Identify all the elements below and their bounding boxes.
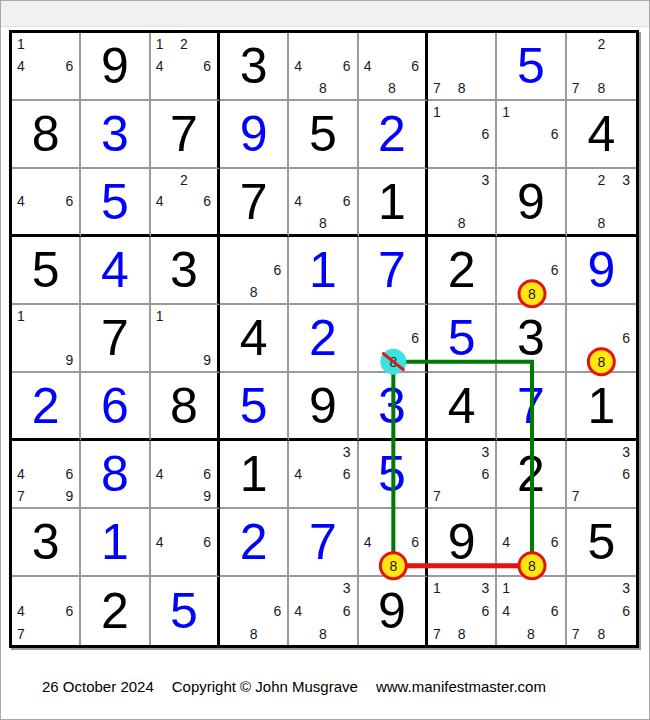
candidate-slot: [428, 169, 450, 191]
candidate-slot: [173, 212, 195, 234]
cell-value: 2: [359, 101, 425, 167]
pencil-marks: 468: [359, 509, 425, 575]
candidate-2: 2: [590, 169, 613, 191]
candidate-slot: [520, 101, 542, 123]
candidate-slot: [450, 169, 472, 191]
candidate-slot: [359, 553, 381, 575]
cell-r9c8[interactable]: 1468: [497, 577, 566, 645]
cell-r9c9[interactable]: 3678: [567, 577, 636, 645]
candidate-9: 9: [195, 485, 217, 507]
candidate-slot: [12, 327, 34, 349]
cell-value: 9: [567, 237, 636, 303]
cell-r3c3[interactable]: 246: [151, 169, 220, 237]
cell-r5c6[interactable]: 68: [359, 305, 428, 373]
cell-value: 3: [359, 373, 425, 438]
cell-value: 2: [81, 577, 148, 645]
pencil-marks: 4679: [12, 441, 79, 507]
candidate-2: 2: [173, 169, 195, 191]
candidate-4: 4: [497, 531, 519, 553]
cell-r8c1[interactable]: 3: [12, 509, 81, 577]
cell-value: 9: [359, 577, 425, 645]
pencil-marks: 468: [289, 33, 356, 99]
cell-r8c8[interactable]: 468: [497, 509, 566, 577]
pencil-marks: 68: [497, 237, 564, 303]
candidate-9: 9: [57, 349, 79, 371]
candidate-slot: [173, 441, 195, 463]
cell-value: 7: [81, 305, 148, 371]
candidate-8: 8: [520, 281, 542, 303]
cell-r3c7[interactable]: 38: [428, 169, 497, 237]
cell-value: 9: [497, 169, 564, 234]
cell-r6c3[interactable]: 8: [151, 373, 220, 441]
candidate-slot: [613, 212, 636, 234]
candidate-6: 6: [473, 463, 495, 485]
cell-value: 2: [428, 237, 495, 303]
candidate-slot: [220, 259, 242, 281]
candidate-slot: [57, 441, 79, 463]
cell-r4c5[interactable]: 1: [289, 237, 358, 305]
candidate-slot: [173, 55, 195, 77]
pencil-marks: 346: [289, 441, 356, 507]
pencil-marks: 467: [12, 577, 79, 645]
candidate-slot: [195, 327, 217, 349]
pencil-marks: 468: [497, 509, 564, 575]
candidate-slot: [520, 259, 542, 281]
candidate-slot: [590, 191, 613, 213]
candidate-slot: [334, 169, 356, 191]
cell-r7c6[interactable]: 5: [359, 441, 428, 509]
candidate-1: 1: [151, 33, 173, 55]
candidate-slot: [34, 305, 56, 327]
pencil-marks: 13678: [428, 577, 495, 645]
candidate-3: 3: [473, 169, 495, 191]
cell-r4c1[interactable]: 5: [12, 237, 81, 305]
candidate-1: 1: [12, 305, 34, 327]
candidate-6: 6: [473, 123, 495, 145]
candidate-slot: [473, 55, 495, 77]
candidate-8: 8: [450, 77, 472, 99]
candidate-slot: [428, 33, 450, 55]
candidate-slot: [473, 33, 495, 55]
candidate-slot: [34, 463, 56, 485]
cell-r9c6[interactable]: 9: [359, 577, 428, 645]
candidate-slot: [151, 349, 173, 371]
candidate-slot: [289, 212, 311, 234]
cell-r2c3[interactable]: 7: [151, 101, 220, 169]
cell-value: 5: [359, 441, 425, 507]
cell-r2c9[interactable]: 4: [567, 101, 636, 169]
candidate-slot: [34, 191, 56, 213]
candidate-slot: [173, 305, 195, 327]
candidate-slot: [590, 441, 613, 463]
candidate-8: 8: [520, 553, 542, 575]
candidate-8: 8: [312, 77, 334, 99]
pencil-marks: 468: [359, 33, 425, 99]
candidate-slot: [195, 305, 217, 327]
cell-r3c2[interactable]: 5: [81, 169, 150, 237]
top-band: [1, 1, 649, 27]
cell-value: 6: [81, 373, 148, 438]
pencil-marks: 68: [359, 305, 425, 371]
candidate-8: 8: [242, 281, 264, 303]
candidate-slot: [34, 327, 56, 349]
candidate-slot: [520, 509, 542, 531]
candidate-6: 6: [195, 55, 217, 77]
candidate-slot: [57, 212, 79, 234]
pencil-marks: 38: [428, 169, 495, 234]
candidate-6: 6: [403, 55, 425, 77]
cell-r9c3[interactable]: 5: [151, 577, 220, 645]
cell-r4c6[interactable]: 7: [359, 237, 428, 305]
cell-value: 7: [289, 509, 356, 575]
cell-r5c8[interactable]: 3: [497, 305, 566, 373]
cell-r3c1[interactable]: 46: [12, 169, 81, 237]
candidate-slot: [173, 463, 195, 485]
candidate-4: 4: [497, 600, 519, 623]
candidate-1: 1: [428, 577, 450, 600]
candidate-8: 8: [312, 622, 334, 645]
cell-r5c5[interactable]: 2: [289, 305, 358, 373]
cell-value: 3: [12, 509, 79, 575]
cell-value: 8: [12, 101, 79, 167]
cell-r7c8[interactable]: 2: [497, 441, 566, 509]
candidate-slot: [151, 509, 173, 531]
candidate-slot: [34, 485, 56, 507]
candidate-6: 6: [57, 600, 79, 623]
candidate-4: 4: [151, 463, 173, 485]
candidate-slot: [220, 622, 242, 645]
candidate-4: 4: [359, 531, 381, 553]
cell-r7c5[interactable]: 346: [289, 441, 358, 509]
candidate-8: 8: [312, 212, 334, 234]
candidate-slot: [289, 622, 311, 645]
candidate-7: 7: [428, 77, 450, 99]
footer-date: 26 October 2024: [42, 678, 154, 695]
candidate-slot: [520, 600, 542, 623]
candidate-6: 6: [403, 327, 425, 349]
candidate-slot: [312, 463, 334, 485]
cell-r8c9[interactable]: 5: [567, 509, 636, 577]
candidate-slot: [12, 169, 34, 191]
candidate-slot: [542, 622, 564, 645]
candidate-slot: [173, 531, 195, 553]
candidate-slot: [473, 101, 495, 123]
candidate-slot: [57, 77, 79, 99]
candidate-slot: [428, 212, 450, 234]
cell-r6c8[interactable]: 7: [497, 373, 566, 441]
cell-r8c4[interactable]: 2: [220, 509, 289, 577]
candidate-6: 6: [265, 259, 287, 281]
candidate-slot: [359, 305, 381, 327]
candidate-8: 8: [381, 77, 403, 99]
cell-r4c3[interactable]: 3: [151, 237, 220, 305]
candidate-slot: [428, 191, 450, 213]
cell-value: 4: [220, 305, 287, 371]
cell-value: 5: [12, 237, 79, 303]
cell-r9c5[interactable]: 3468: [289, 577, 358, 645]
candidate-9: 9: [57, 485, 79, 507]
pencil-marks: 46: [12, 169, 79, 234]
candidate-6: 6: [57, 55, 79, 77]
candidate-slot: [613, 191, 636, 213]
cell-value: 9: [428, 509, 495, 575]
candidate-slot: [220, 600, 242, 623]
cell-value: 4: [81, 237, 148, 303]
candidate-slot: [359, 509, 381, 531]
candidate-slot: [359, 327, 381, 349]
cell-r1c7[interactable]: 78: [428, 33, 497, 101]
candidate-slot: [195, 77, 217, 99]
pencil-marks: 16: [428, 101, 495, 167]
cell-r7c9[interactable]: 367: [567, 441, 636, 509]
cell-r9c4[interactable]: 68: [220, 577, 289, 645]
candidate-slot: [312, 577, 334, 600]
pencil-marks: 3468: [289, 577, 356, 645]
candidate-slot: [542, 509, 564, 531]
cell-value: 1: [81, 509, 148, 575]
cell-r3c8[interactable]: 9: [497, 169, 566, 237]
cell-value: 9: [220, 101, 287, 167]
cell-r1c3[interactable]: 1246: [151, 33, 220, 101]
candidate-slot: [173, 485, 195, 507]
pencil-marks: 46: [151, 509, 217, 575]
candidate-slot: [265, 577, 287, 600]
cell-value: 7: [497, 373, 564, 438]
cell-r6c9[interactable]: 1: [567, 373, 636, 441]
candidate-slot: [567, 441, 590, 463]
candidate-slot: [289, 33, 311, 55]
cell-value: 8: [81, 441, 148, 507]
candidate-slot: [34, 212, 56, 234]
candidate-slot: [195, 509, 217, 531]
candidate-6: 6: [334, 463, 356, 485]
cell-r4c8[interactable]: 68: [497, 237, 566, 305]
cell-r8c7[interactable]: 9: [428, 509, 497, 577]
candidate-slot: [450, 123, 472, 145]
candidate-slot: [12, 441, 34, 463]
cell-r5c2[interactable]: 7: [81, 305, 150, 373]
cell-r7c3[interactable]: 469: [151, 441, 220, 509]
candidate-slot: [359, 77, 381, 99]
candidate-slot: [173, 327, 195, 349]
candidate-slot: [567, 55, 590, 77]
candidate-slot: [334, 485, 356, 507]
candidate-slot: [265, 281, 287, 303]
candidate-7: 7: [567, 485, 590, 507]
candidate-slot: [34, 77, 56, 99]
sudoku-board: 1469124634684687852788379521616446524674…: [9, 30, 639, 648]
candidate-slot: [473, 485, 495, 507]
candidate-3: 3: [473, 577, 495, 600]
cell-r1c4[interactable]: 3: [220, 33, 289, 101]
candidate-2: 2: [173, 33, 195, 55]
candidate-slot: [542, 553, 564, 575]
candidate-slot: [590, 463, 613, 485]
cell-value: 1: [289, 237, 356, 303]
cell-r2c4[interactable]: 9: [220, 101, 289, 169]
cell-r4c2[interactable]: 4: [81, 237, 150, 305]
puzzle-page: 1469124634684687852788379521616446524674…: [0, 0, 650, 720]
candidate-slot: [497, 145, 519, 167]
candidate-6: 6: [542, 600, 564, 623]
pencil-marks: 19: [12, 305, 79, 371]
cell-r1c6[interactable]: 468: [359, 33, 428, 101]
candidate-slot: [403, 509, 425, 531]
cell-r8c2[interactable]: 1: [81, 509, 150, 577]
candidate-slot: [195, 212, 217, 234]
cell-r6c4[interactable]: 5: [220, 373, 289, 441]
pencil-marks: 16: [497, 101, 564, 167]
candidate-4: 4: [151, 55, 173, 77]
cell-value: 3: [220, 33, 287, 99]
candidate-slot: [450, 101, 472, 123]
candidate-6: 6: [613, 327, 636, 349]
candidate-slot: [567, 327, 590, 349]
candidate-1: 1: [428, 101, 450, 123]
cell-r2c1[interactable]: 8: [12, 101, 81, 169]
cell-value: 1: [359, 169, 425, 234]
candidate-6: 6: [542, 259, 564, 281]
cell-r3c6[interactable]: 1: [359, 169, 428, 237]
candidate-slot: [195, 169, 217, 191]
candidate-slot: [151, 212, 173, 234]
candidate-6: 6: [542, 531, 564, 553]
candidate-slot: [428, 145, 450, 167]
cell-r1c1[interactable]: 146: [12, 33, 81, 101]
candidate-6: 6: [195, 191, 217, 213]
candidate-8: 8: [450, 622, 472, 645]
pencil-marks: 78: [428, 33, 495, 99]
candidate-slot: [312, 191, 334, 213]
cell-r8c6[interactable]: 468: [359, 509, 428, 577]
cell-r5c3[interactable]: 19: [151, 305, 220, 373]
candidate-7: 7: [567, 77, 590, 99]
candidate-slot: [567, 577, 590, 600]
candidate-slot: [265, 622, 287, 645]
candidate-slot: [613, 349, 636, 371]
candidate-slot: [450, 55, 472, 77]
candidate-8: 8: [590, 349, 613, 371]
cell-r5c4[interactable]: 4: [220, 305, 289, 373]
cell-r1c8[interactable]: 5: [497, 33, 566, 101]
candidate-slot: [613, 305, 636, 327]
cell-value: 3: [81, 101, 148, 167]
cell-r6c7[interactable]: 4: [428, 373, 497, 441]
cell-r7c2[interactable]: 8: [81, 441, 150, 509]
cell-r6c5[interactable]: 9: [289, 373, 358, 441]
cell-r6c2[interactable]: 6: [81, 373, 150, 441]
cell-r1c5[interactable]: 468: [289, 33, 358, 101]
candidate-3: 3: [473, 441, 495, 463]
cell-r2c5[interactable]: 5: [289, 101, 358, 169]
cell-r2c2[interactable]: 3: [81, 101, 150, 169]
candidate-slot: [450, 485, 472, 507]
candidate-slot: [590, 55, 613, 77]
candidate-slot: [590, 327, 613, 349]
candidate-slot: [312, 55, 334, 77]
candidate-slot: [520, 123, 542, 145]
cell-r1c9[interactable]: 278: [567, 33, 636, 101]
cell-r7c7[interactable]: 367: [428, 441, 497, 509]
candidate-slot: [151, 553, 173, 575]
cell-r1c2[interactable]: 9: [81, 33, 150, 101]
candidate-slot: [12, 212, 34, 234]
candidate-slot: [173, 553, 195, 575]
candidate-slot: [450, 33, 472, 55]
candidate-slot: [520, 145, 542, 167]
candidate-slot: [403, 349, 425, 371]
candidate-slot: [312, 485, 334, 507]
cell-r9c2[interactable]: 2: [81, 577, 150, 645]
candidate-slot: [334, 77, 356, 99]
cell-r9c7[interactable]: 13678: [428, 577, 497, 645]
candidate-7: 7: [12, 622, 34, 645]
cell-r8c5[interactable]: 7: [289, 509, 358, 577]
pencil-marks: 468: [289, 169, 356, 234]
candidate-slot: [34, 349, 56, 371]
cell-value: 8: [151, 373, 217, 438]
cell-value: 1: [220, 441, 287, 507]
cell-r2c6[interactable]: 2: [359, 101, 428, 169]
cell-r5c1[interactable]: 19: [12, 305, 81, 373]
cell-r2c8[interactable]: 16: [497, 101, 566, 169]
cell-r6c6[interactable]: 3: [359, 373, 428, 441]
cell-r3c9[interactable]: 238: [567, 169, 636, 237]
pencil-marks: 19: [151, 305, 217, 371]
candidate-slot: [381, 33, 403, 55]
cell-r4c4[interactable]: 68: [220, 237, 289, 305]
candidate-slot: [567, 349, 590, 371]
cell-r7c1[interactable]: 4679: [12, 441, 81, 509]
candidate-4: 4: [12, 55, 34, 77]
cell-r2c7[interactable]: 16: [428, 101, 497, 169]
cell-r4c7[interactable]: 2: [428, 237, 497, 305]
candidate-slot: [220, 577, 242, 600]
cell-r5c7[interactable]: 5: [428, 305, 497, 373]
cell-r6c1[interactable]: 2: [12, 373, 81, 441]
candidate-6: 6: [57, 463, 79, 485]
candidate-6: 6: [57, 191, 79, 213]
footer-copyright: Copyright © John Musgrave: [172, 678, 358, 695]
footer-website[interactable]: www.manifestmaster.com: [376, 678, 546, 695]
candidate-slot: [473, 622, 495, 645]
candidate-slot: [542, 281, 564, 303]
candidate-slot: [34, 600, 56, 623]
candidate-8: 8: [381, 349, 403, 371]
candidate-3: 3: [613, 577, 636, 600]
cell-r7c4[interactable]: 1: [220, 441, 289, 509]
candidate-slot: [34, 33, 56, 55]
cell-r8c3[interactable]: 46: [151, 509, 220, 577]
candidate-slot: [220, 281, 242, 303]
pencil-marks: 469: [151, 441, 217, 507]
candidate-slot: [403, 33, 425, 55]
cell-r9c1[interactable]: 467: [12, 577, 81, 645]
candidate-3: 3: [334, 577, 356, 600]
cell-r4c9[interactable]: 9: [567, 237, 636, 305]
candidate-slot: [12, 349, 34, 371]
cell-r3c5[interactable]: 468: [289, 169, 358, 237]
cell-r5c9[interactable]: 68: [567, 305, 636, 373]
candidate-4: 4: [151, 531, 173, 553]
candidate-slot: [567, 33, 590, 55]
candidate-4: 4: [289, 191, 311, 213]
candidate-4: 4: [359, 55, 381, 77]
candidate-4: 4: [12, 191, 34, 213]
candidate-1: 1: [151, 305, 173, 327]
cell-r3c4[interactable]: 7: [220, 169, 289, 237]
candidate-slot: [334, 622, 356, 645]
